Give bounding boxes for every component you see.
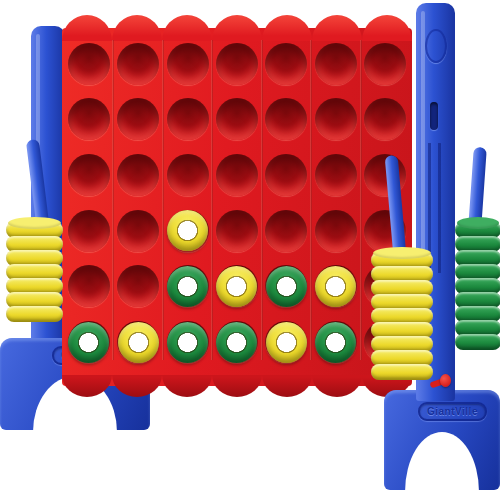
release-knob[interactable] (428, 372, 454, 392)
board-hole (216, 210, 258, 252)
board-cell-r6c6[interactable] (311, 314, 360, 370)
embossed-circle-detail (425, 29, 447, 63)
connect-four-product-photo: GiantVille GiantVille (0, 0, 500, 500)
yellow-stacked-disc (371, 364, 433, 380)
board-hole (68, 43, 110, 85)
brand-badge: GiantVille (418, 402, 487, 421)
board-hole (117, 43, 159, 85)
release-knob-head (440, 374, 451, 387)
yellow-disc-stack-right[interactable] (371, 254, 433, 380)
board-hole (68, 154, 110, 196)
board-cell-r6c5[interactable] (262, 314, 311, 370)
board-cell-r1c6[interactable] (311, 36, 360, 92)
yellow-disc (118, 322, 159, 363)
board-cell-r5c2[interactable] (113, 259, 162, 315)
board-cell-r1c5[interactable] (262, 36, 311, 92)
board-hole (315, 210, 357, 252)
board-scallop (312, 375, 362, 397)
board-cell-r1c1[interactable] (64, 36, 113, 92)
post-slot-hole (430, 102, 438, 130)
leg-arch-cutout (405, 432, 479, 492)
board-scallop (212, 375, 262, 397)
board-cell-r4c1[interactable] (64, 203, 113, 259)
board-hole (68, 210, 110, 252)
board-cell-r6c4[interactable] (212, 314, 261, 370)
board-cell-r5c3[interactable] (163, 259, 212, 315)
green-disc (167, 266, 208, 307)
board-cell-r2c2[interactable] (113, 92, 162, 148)
board-cell-r3c7[interactable] (361, 147, 410, 203)
board-hole (167, 154, 209, 196)
board-hole (315, 98, 357, 140)
board-cell-r2c1[interactable] (64, 92, 113, 148)
board-scallop (62, 375, 112, 397)
board-cell-r5c6[interactable] (311, 259, 360, 315)
board-hole (216, 43, 258, 85)
board-cell-r2c6[interactable] (311, 92, 360, 148)
green-disc-stack-right[interactable] (455, 224, 500, 350)
board-cell-r2c4[interactable] (212, 92, 261, 148)
yellow-disc (266, 322, 307, 363)
board-cell-r3c1[interactable] (64, 147, 113, 203)
green-stacked-disc (455, 334, 500, 350)
yellow-stacked-disc (6, 306, 63, 322)
board-bottom-scallops (62, 375, 412, 397)
board-hole (216, 98, 258, 140)
board-cell-r3c4[interactable] (212, 147, 261, 203)
board-cell-r4c3[interactable] (163, 203, 212, 259)
board-cell-r5c4[interactable] (212, 259, 261, 315)
board-cell-r4c6[interactable] (311, 203, 360, 259)
board-hole (364, 43, 406, 85)
board-grid (64, 36, 410, 370)
board-cell-r3c5[interactable] (262, 147, 311, 203)
board-cell-r3c6[interactable] (311, 147, 360, 203)
board-hole (364, 98, 406, 140)
green-disc (216, 322, 257, 363)
board-hole (117, 98, 159, 140)
green-disc (167, 322, 208, 363)
board-cell-r3c2[interactable] (113, 147, 162, 203)
board-cell-r4c5[interactable] (262, 203, 311, 259)
board-cell-r6c1[interactable] (64, 314, 113, 370)
board-cell-r2c3[interactable] (163, 92, 212, 148)
board-cell-r1c2[interactable] (113, 36, 162, 92)
board-hole (265, 98, 307, 140)
board-cell-r2c7[interactable] (361, 92, 410, 148)
board-hole (68, 265, 110, 307)
board-cell-r6c2[interactable] (113, 314, 162, 370)
board-hole (315, 43, 357, 85)
board-hole (117, 154, 159, 196)
board-scallop (112, 375, 162, 397)
board-hole (117, 210, 159, 252)
board-hole (117, 265, 159, 307)
board-hole (216, 154, 258, 196)
green-disc (68, 322, 109, 363)
board-cell-r2c5[interactable] (262, 92, 311, 148)
board-cell-r1c7[interactable] (361, 36, 410, 92)
board-cell-r1c3[interactable] (163, 36, 212, 92)
board-hole (265, 43, 307, 85)
board-cell-r6c3[interactable] (163, 314, 212, 370)
board-cell-r5c1[interactable] (64, 259, 113, 315)
board-cell-r4c4[interactable] (212, 203, 261, 259)
board-hole (315, 154, 357, 196)
board-cell-r3c3[interactable] (163, 147, 212, 203)
board-cell-r1c4[interactable] (212, 36, 261, 92)
green-disc (266, 266, 307, 307)
right-leg: GiantVille (384, 390, 500, 490)
board-hole (167, 43, 209, 85)
board-cell-r4c2[interactable] (113, 203, 162, 259)
connect-four-board (62, 28, 412, 386)
board-cell-r5c5[interactable] (262, 259, 311, 315)
board-hole (167, 98, 209, 140)
board-scallop (162, 375, 212, 397)
board-hole (265, 210, 307, 252)
board-hole (68, 98, 110, 140)
green-disc (315, 322, 356, 363)
yellow-disc-stack-left[interactable] (6, 224, 63, 322)
board-hole (265, 154, 307, 196)
board-scallop (262, 375, 312, 397)
